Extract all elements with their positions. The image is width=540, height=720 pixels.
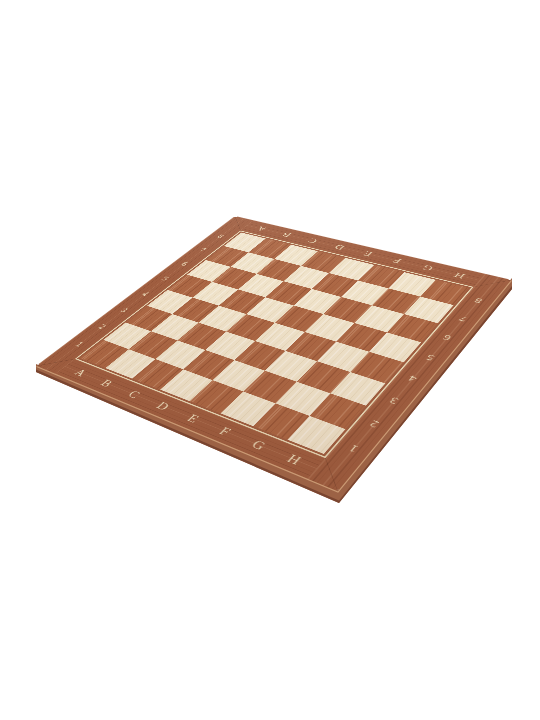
chess-board: ABCDEFGH ABCDEFGH 87654321 87654321 — [36, 216, 512, 492]
product-photo: ABCDEFGH ABCDEFGH 87654321 87654321 — [0, 0, 540, 720]
